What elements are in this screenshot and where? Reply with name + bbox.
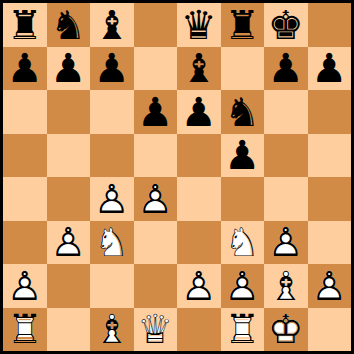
white-rook-icon[interactable]: ♜♖: [3, 308, 47, 352]
square-f7[interactable]: [221, 47, 265, 91]
square-c6[interactable]: [90, 90, 134, 134]
chess-board: ♜♞♝♛♜♚♟♟♟♝♟♟♟♟♞♟♟♙♟♙♟♙♞♘♞♘♟♙♟♙♟♙♟♙♝♗♟♙♜♖…: [3, 3, 351, 351]
square-d8[interactable]: [134, 3, 178, 47]
white-pawn-icon[interactable]: ♟♙: [221, 264, 265, 308]
piece-outline-glyph: ♙: [134, 177, 178, 221]
piece-glyph: ♟: [221, 134, 265, 178]
square-e2[interactable]: ♟♙: [177, 264, 221, 308]
square-f3[interactable]: ♞♘: [221, 221, 265, 265]
square-h5[interactable]: [308, 134, 352, 178]
black-pawn-icon[interactable]: ♟: [3, 47, 47, 91]
piece-outline-glyph: ♙: [177, 264, 221, 308]
square-a1[interactable]: ♜♖: [3, 308, 47, 352]
square-g4[interactable]: [264, 177, 308, 221]
square-g7[interactable]: ♟: [264, 47, 308, 91]
square-a8[interactable]: ♜: [3, 3, 47, 47]
square-g3[interactable]: ♟♙: [264, 221, 308, 265]
square-f1[interactable]: ♜♖: [221, 308, 265, 352]
piece-outline-glyph: ♗: [90, 308, 134, 352]
square-c1[interactable]: ♝♗: [90, 308, 134, 352]
square-g2[interactable]: ♝♗: [264, 264, 308, 308]
square-f5[interactable]: ♟: [221, 134, 265, 178]
square-h8[interactable]: [308, 3, 352, 47]
square-h2[interactable]: ♟♙: [308, 264, 352, 308]
square-d2[interactable]: [134, 264, 178, 308]
piece-outline-glyph: ♙: [90, 177, 134, 221]
square-g1[interactable]: ♚♔: [264, 308, 308, 352]
white-pawn-icon[interactable]: ♟♙: [47, 221, 91, 265]
piece-glyph: ♟: [3, 47, 47, 91]
square-d6[interactable]: ♟: [134, 90, 178, 134]
piece-glyph: ♝: [177, 47, 221, 91]
piece-outline-glyph: ♘: [221, 221, 265, 265]
square-h6[interactable]: [308, 90, 352, 134]
black-rook-icon[interactable]: ♜: [221, 3, 265, 47]
square-b3[interactable]: ♟♙: [47, 221, 91, 265]
black-pawn-icon[interactable]: ♟: [90, 47, 134, 91]
square-d5[interactable]: [134, 134, 178, 178]
black-pawn-icon[interactable]: ♟: [221, 134, 265, 178]
square-d4[interactable]: ♟♙: [134, 177, 178, 221]
piece-outline-glyph: ♔: [264, 308, 308, 352]
piece-outline-glyph: ♙: [264, 221, 308, 265]
square-f2[interactable]: ♟♙: [221, 264, 265, 308]
piece-glyph: ♜: [3, 3, 47, 47]
black-pawn-icon[interactable]: ♟: [177, 90, 221, 134]
square-a7[interactable]: ♟: [3, 47, 47, 91]
square-e6[interactable]: ♟: [177, 90, 221, 134]
square-a3[interactable]: [3, 221, 47, 265]
square-c5[interactable]: [90, 134, 134, 178]
piece-outline-glyph: ♙: [221, 264, 265, 308]
square-e1[interactable]: [177, 308, 221, 352]
black-pawn-icon[interactable]: ♟: [264, 47, 308, 91]
black-pawn-icon[interactable]: ♟: [47, 47, 91, 91]
white-pawn-icon[interactable]: ♟♙: [90, 177, 134, 221]
piece-outline-glyph: ♖: [221, 308, 265, 352]
white-knight-icon[interactable]: ♞♘: [90, 221, 134, 265]
piece-outline-glyph: ♙: [308, 264, 352, 308]
square-b1[interactable]: [47, 308, 91, 352]
square-c8[interactable]: ♝: [90, 3, 134, 47]
white-bishop-icon[interactable]: ♝♗: [90, 308, 134, 352]
piece-outline-glyph: ♘: [90, 221, 134, 265]
square-f6[interactable]: ♞: [221, 90, 265, 134]
piece-glyph: ♜: [221, 3, 265, 47]
black-knight-icon[interactable]: ♞: [221, 90, 265, 134]
square-b6[interactable]: [47, 90, 91, 134]
square-a6[interactable]: [3, 90, 47, 134]
piece-glyph: ♞: [221, 90, 265, 134]
piece-glyph: ♛: [177, 3, 221, 47]
white-king-icon[interactable]: ♚♔: [264, 308, 308, 352]
square-a5[interactable]: [3, 134, 47, 178]
piece-outline-glyph: ♙: [47, 221, 91, 265]
square-b8[interactable]: ♞: [47, 3, 91, 47]
chess-board-frame: ♜♞♝♛♜♚♟♟♟♝♟♟♟♟♞♟♟♙♟♙♟♙♞♘♞♘♟♙♟♙♟♙♟♙♝♗♟♙♜♖…: [0, 0, 354, 354]
square-c7[interactable]: ♟: [90, 47, 134, 91]
white-bishop-icon[interactable]: ♝♗: [264, 264, 308, 308]
square-b5[interactable]: [47, 134, 91, 178]
white-pawn-icon[interactable]: ♟♙: [264, 221, 308, 265]
piece-glyph: ♟: [308, 47, 352, 91]
square-h7[interactable]: ♟: [308, 47, 352, 91]
square-f4[interactable]: [221, 177, 265, 221]
square-g5[interactable]: [264, 134, 308, 178]
piece-glyph: ♟: [264, 47, 308, 91]
white-pawn-icon[interactable]: ♟♙: [3, 264, 47, 308]
piece-glyph: ♟: [177, 90, 221, 134]
black-pawn-icon[interactable]: ♟: [308, 47, 352, 91]
piece-outline-glyph: ♙: [3, 264, 47, 308]
white-knight-icon[interactable]: ♞♘: [221, 221, 265, 265]
square-g6[interactable]: [264, 90, 308, 134]
piece-glyph: ♚: [264, 3, 308, 47]
square-e7[interactable]: ♝: [177, 47, 221, 91]
square-d3[interactable]: [134, 221, 178, 265]
square-e4[interactable]: [177, 177, 221, 221]
piece-glyph: ♟: [90, 47, 134, 91]
square-c2[interactable]: [90, 264, 134, 308]
white-queen-icon[interactable]: ♛♕: [134, 308, 178, 352]
square-a4[interactable]: [3, 177, 47, 221]
white-pawn-icon[interactable]: ♟♙: [177, 264, 221, 308]
square-h1[interactable]: [308, 308, 352, 352]
square-h3[interactable]: [308, 221, 352, 265]
square-c3[interactable]: ♞♘: [90, 221, 134, 265]
square-g8[interactable]: ♚: [264, 3, 308, 47]
square-e5[interactable]: [177, 134, 221, 178]
square-b4[interactable]: [47, 177, 91, 221]
piece-outline-glyph: ♗: [264, 264, 308, 308]
piece-glyph: ♞: [47, 3, 91, 47]
square-c4[interactable]: ♟♙: [90, 177, 134, 221]
white-rook-icon[interactable]: ♜♖: [221, 308, 265, 352]
piece-glyph: ♝: [90, 3, 134, 47]
black-bishop-icon[interactable]: ♝: [90, 3, 134, 47]
square-b2[interactable]: [47, 264, 91, 308]
white-pawn-icon[interactable]: ♟♙: [134, 177, 178, 221]
black-bishop-icon[interactable]: ♝: [177, 47, 221, 91]
piece-outline-glyph: ♖: [3, 308, 47, 352]
piece-glyph: ♟: [134, 90, 178, 134]
piece-glyph: ♟: [47, 47, 91, 91]
square-e8[interactable]: ♛: [177, 3, 221, 47]
black-pawn-icon[interactable]: ♟: [134, 90, 178, 134]
black-knight-icon[interactable]: ♞: [47, 3, 91, 47]
square-d7[interactable]: [134, 47, 178, 91]
black-rook-icon[interactable]: ♜: [3, 3, 47, 47]
square-e3[interactable]: [177, 221, 221, 265]
square-d1[interactable]: ♛♕: [134, 308, 178, 352]
piece-outline-glyph: ♕: [134, 308, 178, 352]
white-pawn-icon[interactable]: ♟♙: [308, 264, 352, 308]
square-a2[interactable]: ♟♙: [3, 264, 47, 308]
square-f8[interactable]: ♜: [221, 3, 265, 47]
black-king-icon[interactable]: ♚: [264, 3, 308, 47]
black-queen-icon[interactable]: ♛: [177, 3, 221, 47]
square-b7[interactable]: ♟: [47, 47, 91, 91]
square-h4[interactable]: [308, 177, 352, 221]
